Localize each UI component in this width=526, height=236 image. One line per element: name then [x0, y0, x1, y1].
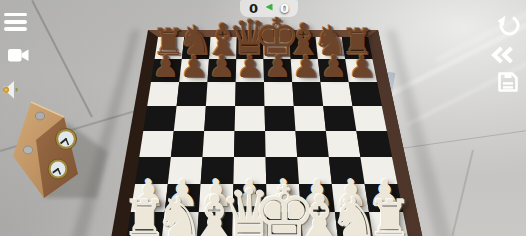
square-b6[interactable] [177, 82, 208, 106]
square-c5[interactable] [204, 106, 235, 131]
square-c4[interactable] [203, 131, 235, 157]
restart-icon [496, 11, 524, 39]
square-c6[interactable] [206, 82, 236, 106]
square-a5[interactable] [143, 106, 176, 131]
square-h5[interactable] [353, 106, 387, 131]
square-f5[interactable] [294, 106, 326, 131]
restart-button[interactable] [496, 11, 524, 43]
square-h6[interactable] [349, 82, 382, 106]
square-a4[interactable] [139, 131, 174, 157]
speaker-icon [2, 78, 20, 101]
square-e6[interactable] [264, 82, 294, 106]
piece-black-pawn-c7[interactable]: ♟ [208, 52, 235, 82]
square-f6[interactable] [292, 82, 323, 106]
undo-button[interactable] [490, 46, 516, 68]
save-icon [496, 70, 520, 94]
square-h4[interactable] [356, 131, 392, 157]
square-g6[interactable] [321, 82, 353, 106]
piece-black-pawn-f7[interactable]: ♟ [292, 52, 319, 82]
square-b4[interactable] [171, 131, 204, 157]
piece-black-pawn-g7[interactable]: ♟ [320, 52, 347, 82]
square-f4[interactable] [296, 131, 329, 157]
piece-black-pawn-e7[interactable]: ♟ [264, 52, 291, 82]
menu-button[interactable] [4, 13, 27, 31]
piece-black-pawn-h7[interactable]: ♟ [348, 52, 375, 82]
save-button[interactable] [496, 70, 520, 98]
scoreboard: 0 0 [240, 0, 298, 17]
turn-indicator-icon [266, 4, 273, 11]
square-g5[interactable] [323, 106, 356, 131]
square-g4[interactable] [326, 131, 361, 157]
sound-button[interactable] [2, 78, 20, 105]
square-d6[interactable] [235, 82, 264, 106]
square-d5[interactable] [235, 106, 266, 131]
hamburger-icon [4, 13, 27, 31]
double-chevron-left-icon [490, 46, 516, 64]
square-b5[interactable] [174, 106, 206, 131]
video-camera-icon [8, 47, 29, 64]
square-e4[interactable] [265, 131, 297, 157]
square-e5[interactable] [265, 106, 296, 131]
piece-black-pawn-a7[interactable]: ♟ [152, 52, 179, 82]
black-score: 0 [249, 1, 258, 16]
square-d4[interactable] [234, 131, 266, 157]
square-a6[interactable] [147, 82, 179, 106]
camera-button[interactable] [8, 47, 29, 68]
piece-black-pawn-d7[interactable]: ♟ [236, 52, 263, 82]
piece-black-pawn-b7[interactable]: ♟ [180, 52, 207, 82]
white-score: 0 [280, 1, 289, 16]
piece-white-rook-h1[interactable]: ♜ [367, 194, 412, 236]
